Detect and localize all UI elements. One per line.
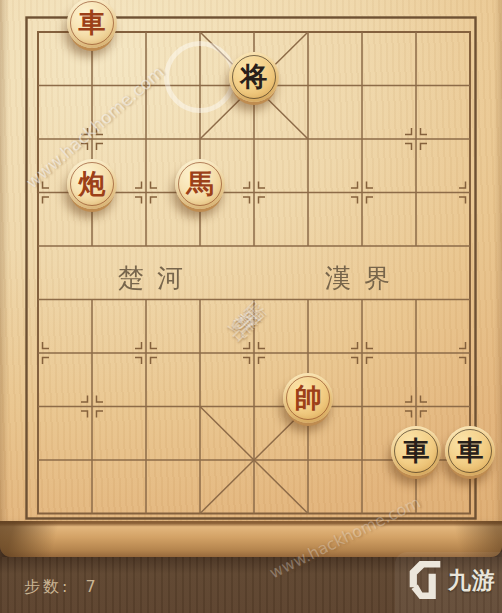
red-cannon[interactable]: 炮: [67, 159, 117, 209]
board-point-8-9[interactable]: [443, 487, 497, 541]
piece-character: 車: [391, 426, 441, 476]
board-point-6-8[interactable]: [335, 433, 389, 487]
board-point-4-9[interactable]: [227, 487, 281, 541]
board-point-5-2[interactable]: [281, 112, 335, 166]
board-point-5-0[interactable]: [281, 5, 335, 59]
board-point-6-5[interactable]: [335, 273, 389, 327]
board-point-6-2[interactable]: [335, 112, 389, 166]
steps-label: 步数:: [24, 577, 70, 596]
board-point-3-7[interactable]: [173, 380, 227, 434]
board-point-4-4[interactable]: [227, 219, 281, 273]
board-point-4-7[interactable]: [227, 380, 281, 434]
jiuyou-logo-icon: [407, 560, 443, 600]
piece-character: 馬: [175, 159, 225, 209]
board-point-7-3[interactable]: [389, 166, 443, 220]
board-point-6-0[interactable]: [335, 5, 389, 59]
board-point-6-3[interactable]: [335, 166, 389, 220]
board-point-3-8[interactable]: [173, 433, 227, 487]
board-point-3-0[interactable]: [173, 5, 227, 59]
board-point-6-9[interactable]: [335, 487, 389, 541]
board-point-1-6[interactable]: [65, 326, 119, 380]
board-point-7-2[interactable]: [389, 112, 443, 166]
board-point-7-4[interactable]: [389, 219, 443, 273]
board-point-5-4[interactable]: [281, 219, 335, 273]
jiuyou-logo-text: 九游: [448, 565, 496, 596]
board-point-7-6[interactable]: [389, 326, 443, 380]
board-point-2-8[interactable]: [119, 433, 173, 487]
board-point-8-0[interactable]: [443, 5, 497, 59]
board-point-5-8[interactable]: [281, 433, 335, 487]
board-point-7-0[interactable]: [389, 5, 443, 59]
board-point-4-6[interactable]: [227, 326, 281, 380]
board-point-2-5[interactable]: [119, 273, 173, 327]
board-point-0-6[interactable]: [11, 326, 65, 380]
board-point-7-5[interactable]: [389, 273, 443, 327]
board-point-5-3[interactable]: [281, 166, 335, 220]
board-point-6-6[interactable]: [335, 326, 389, 380]
board-point-0-1[interactable]: [11, 59, 65, 113]
black-general[interactable]: 将: [229, 52, 279, 102]
board-point-4-5[interactable]: [227, 273, 281, 327]
board-point-1-1[interactable]: [65, 59, 119, 113]
board-point-8-5[interactable]: [443, 273, 497, 327]
board-point-3-9[interactable]: [173, 487, 227, 541]
board-point-7-7[interactable]: [389, 380, 443, 434]
piece-character: 帥: [283, 373, 333, 423]
board-point-3-6[interactable]: [173, 326, 227, 380]
board-point-2-9[interactable]: [119, 487, 173, 541]
board-point-4-0[interactable]: [227, 5, 281, 59]
black-chariot[interactable]: 車: [391, 426, 441, 476]
board-point-1-9[interactable]: [65, 487, 119, 541]
board-point-3-5[interactable]: [173, 273, 227, 327]
board-point-4-8[interactable]: [227, 433, 281, 487]
board-point-6-7[interactable]: [335, 380, 389, 434]
board-point-6-1[interactable]: [335, 59, 389, 113]
board-point-4-3[interactable]: [227, 166, 281, 220]
board-point-0-8[interactable]: [11, 433, 65, 487]
board-point-3-2[interactable]: [173, 112, 227, 166]
board-point-4-2[interactable]: [227, 112, 281, 166]
xiangqi-app: 楚河 漢界 車将炮馬帥車車 www.hackhome.com 嗨客手机站 www…: [0, 0, 502, 613]
board-point-0-4[interactable]: [11, 219, 65, 273]
board-point-8-7[interactable]: [443, 380, 497, 434]
piece-character: 車: [445, 426, 495, 476]
board-point-1-5[interactable]: [65, 273, 119, 327]
piece-character: 将: [229, 52, 279, 102]
board-point-2-7[interactable]: [119, 380, 173, 434]
board-point-8-3[interactable]: [443, 166, 497, 220]
board-point-1-7[interactable]: [65, 380, 119, 434]
board-point-2-4[interactable]: [119, 219, 173, 273]
red-horse[interactable]: 馬: [175, 159, 225, 209]
board-point-0-0[interactable]: [11, 5, 65, 59]
board-point-1-8[interactable]: [65, 433, 119, 487]
board-point-2-0[interactable]: [119, 5, 173, 59]
board-point-3-1[interactable]: [173, 59, 227, 113]
board-point-5-9[interactable]: [281, 487, 335, 541]
black-chariot[interactable]: 車: [445, 426, 495, 476]
red-general[interactable]: 帥: [283, 373, 333, 423]
board-point-7-1[interactable]: [389, 59, 443, 113]
board-point-8-6[interactable]: [443, 326, 497, 380]
board-point-2-6[interactable]: [119, 326, 173, 380]
piece-character: 炮: [67, 159, 117, 209]
board-point-2-2[interactable]: [119, 112, 173, 166]
piece-character: 車: [67, 0, 117, 48]
step-counter: 步数: 7: [24, 577, 96, 598]
board-point-0-9[interactable]: [11, 487, 65, 541]
board-point-1-2[interactable]: [65, 112, 119, 166]
board-point-3-4[interactable]: [173, 219, 227, 273]
board-point-5-6[interactable]: [281, 326, 335, 380]
red-chariot[interactable]: 車: [67, 0, 117, 48]
board-point-5-5[interactable]: [281, 273, 335, 327]
board-point-0-3[interactable]: [11, 166, 65, 220]
board-point-8-4[interactable]: [443, 219, 497, 273]
board-point-2-3[interactable]: [119, 166, 173, 220]
board-point-0-7[interactable]: [11, 380, 65, 434]
board-point-8-2[interactable]: [443, 112, 497, 166]
steps-value: 7: [85, 577, 95, 596]
board-point-1-4[interactable]: [65, 219, 119, 273]
board-point-8-1[interactable]: [443, 59, 497, 113]
board-point-0-5[interactable]: [11, 273, 65, 327]
board-point-6-4[interactable]: [335, 219, 389, 273]
board-point-2-1[interactable]: [119, 59, 173, 113]
jiuyou-logo: 九游: [407, 560, 496, 600]
board-point-7-9[interactable]: [389, 487, 443, 541]
board-point-0-2[interactable]: [11, 112, 65, 166]
board-point-5-1[interactable]: [281, 59, 335, 113]
